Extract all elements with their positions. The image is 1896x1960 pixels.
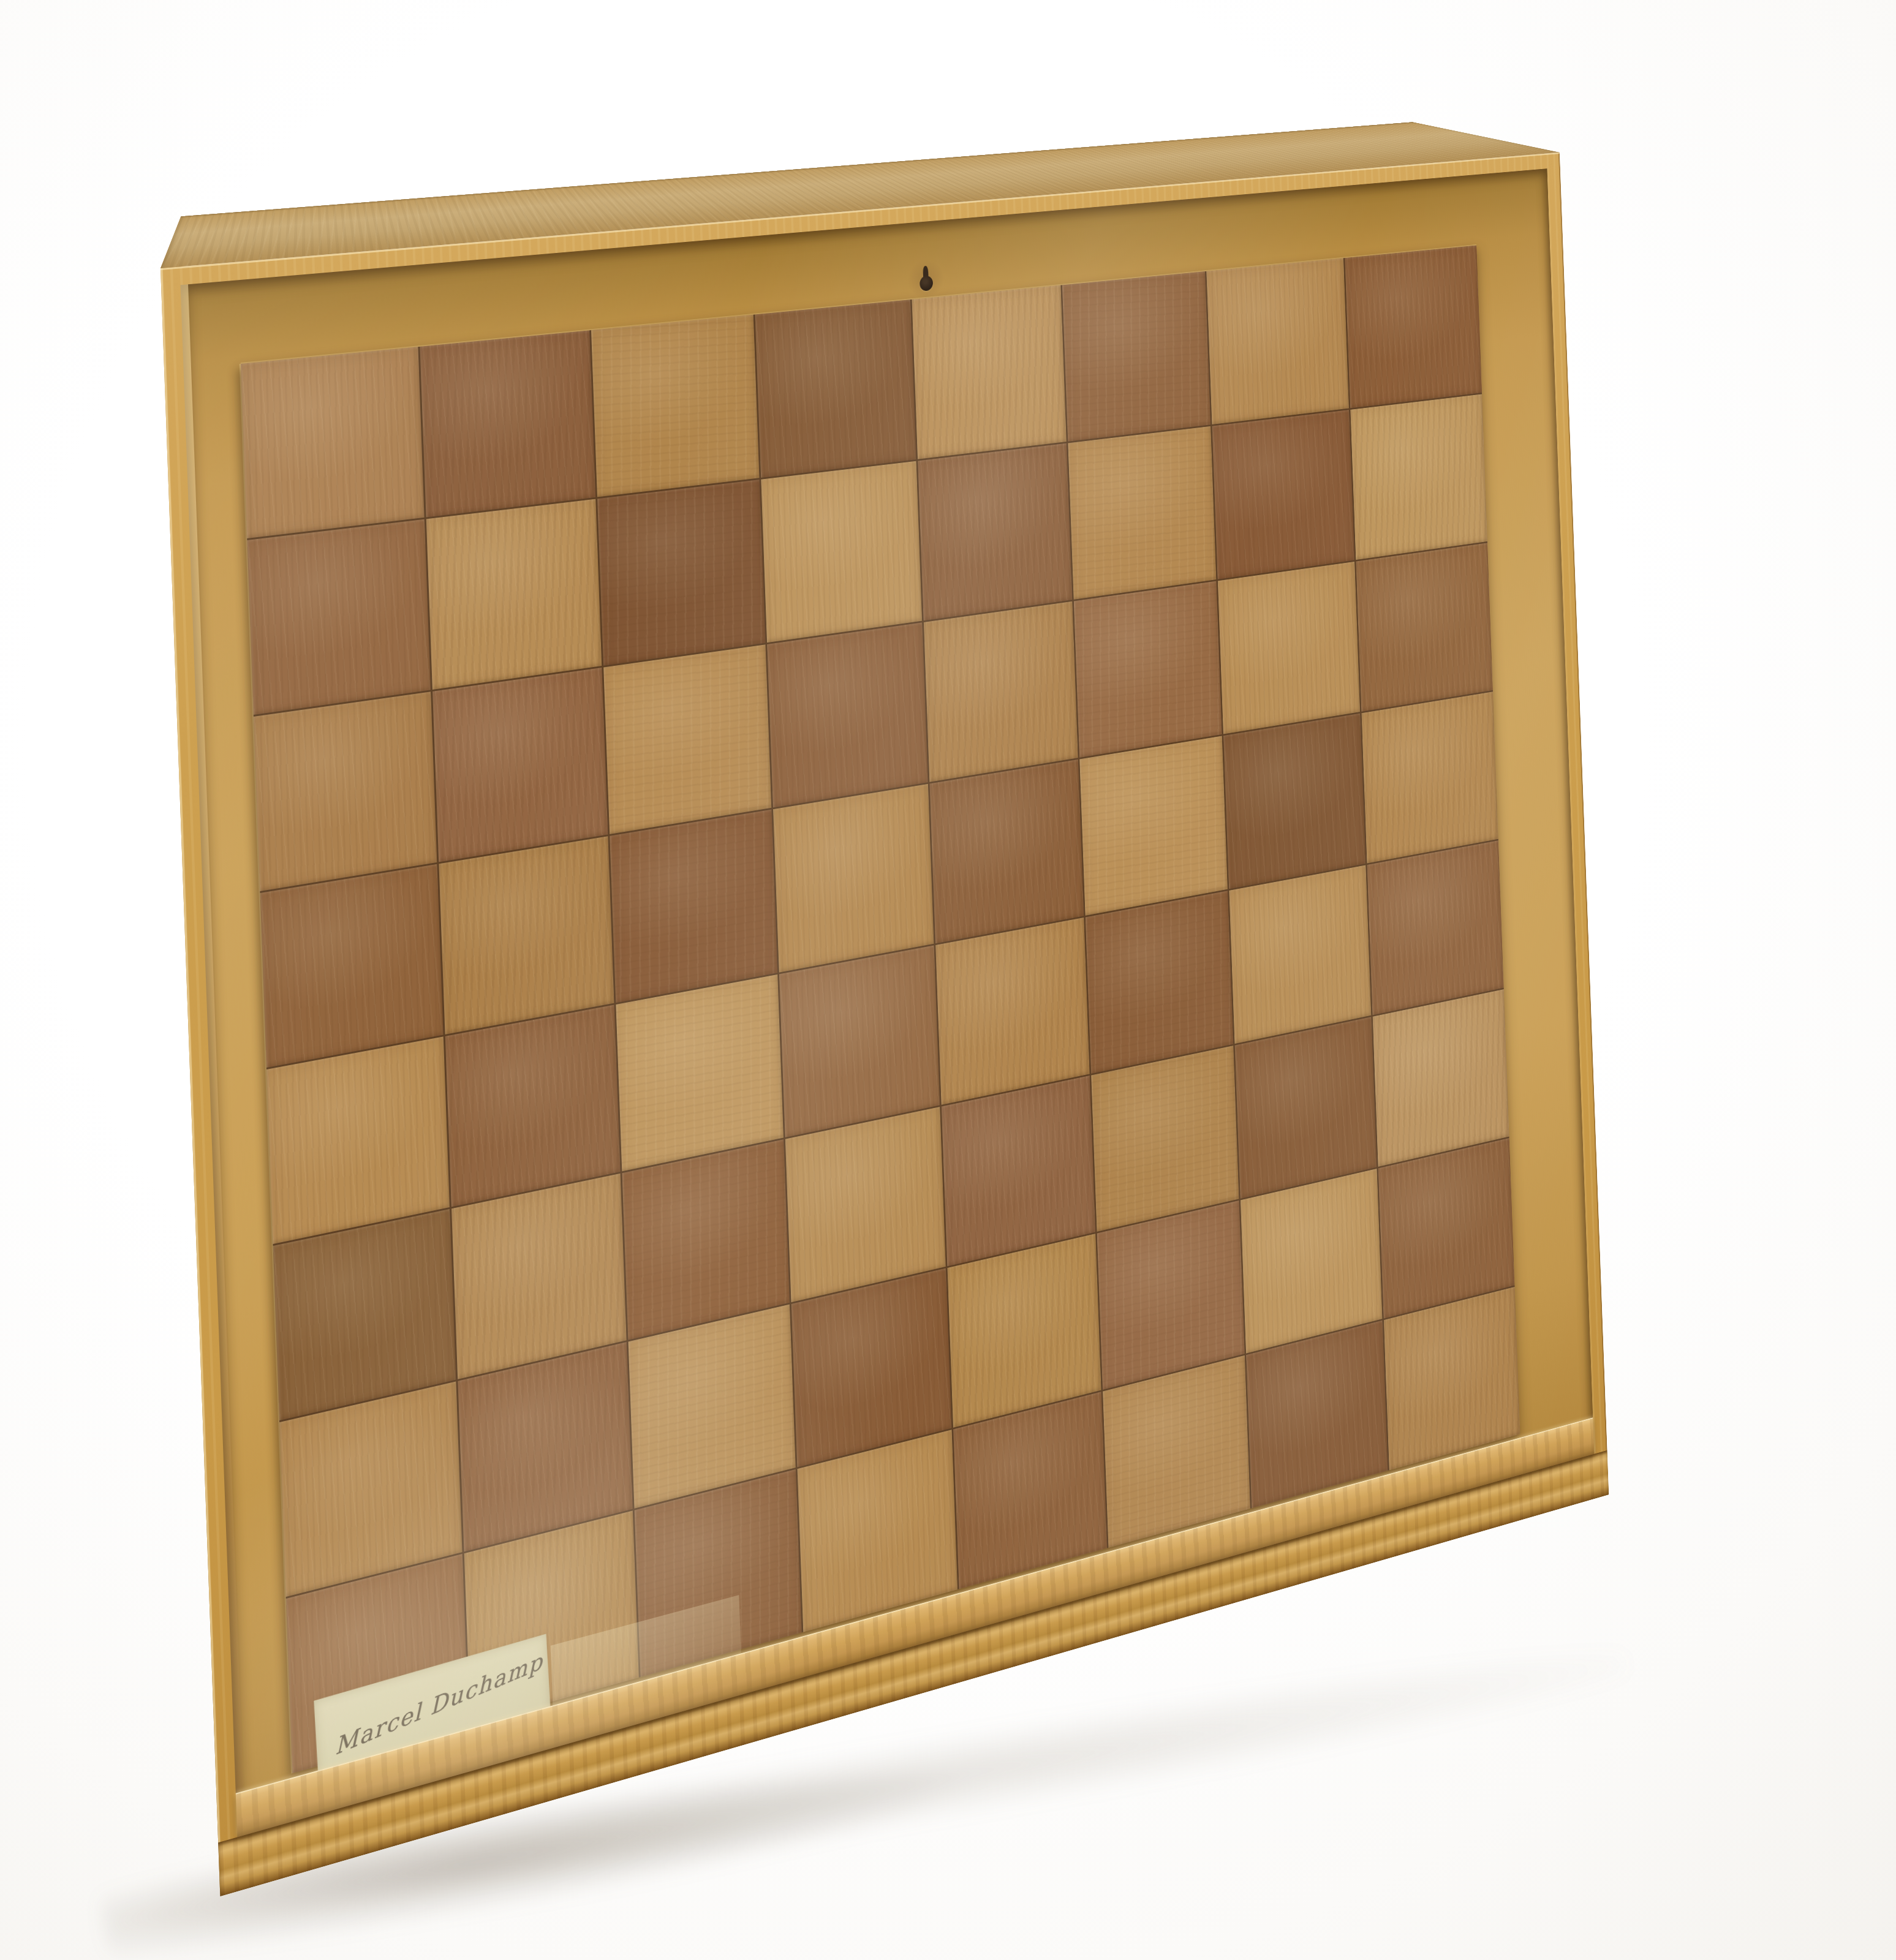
square-h4 bbox=[1367, 840, 1504, 1015]
square-e3 bbox=[942, 1076, 1095, 1266]
square-b8 bbox=[420, 330, 595, 517]
square-a4 bbox=[266, 1036, 450, 1244]
square-f7 bbox=[1068, 426, 1216, 600]
square-f3 bbox=[1091, 1046, 1239, 1232]
square-b6 bbox=[432, 668, 608, 862]
square-h5 bbox=[1362, 692, 1498, 863]
square-d6 bbox=[767, 622, 928, 807]
square-f4 bbox=[1086, 891, 1233, 1074]
square-h7 bbox=[1350, 394, 1487, 560]
square-f5 bbox=[1079, 736, 1228, 916]
square-b5 bbox=[439, 836, 614, 1035]
square-h6 bbox=[1356, 543, 1492, 711]
square-c8 bbox=[591, 315, 760, 497]
square-a7 bbox=[247, 519, 431, 715]
square-d7 bbox=[761, 461, 922, 643]
square-c6 bbox=[603, 644, 771, 834]
square-e4 bbox=[935, 918, 1089, 1105]
square-b7 bbox=[426, 499, 602, 690]
square-e6 bbox=[924, 601, 1078, 782]
square-d4 bbox=[779, 945, 940, 1137]
square-a6 bbox=[254, 692, 437, 891]
square-a5 bbox=[260, 864, 443, 1068]
square-e8 bbox=[912, 285, 1066, 459]
chessboard-box-frame: Marcel Duchamp bbox=[161, 153, 1609, 1897]
square-c4 bbox=[616, 974, 784, 1171]
square-a8 bbox=[241, 347, 425, 538]
scene: Marcel Duchamp bbox=[0, 0, 1896, 1960]
square-b4 bbox=[445, 1005, 621, 1207]
square-g3 bbox=[1235, 1017, 1377, 1199]
square-h3 bbox=[1373, 989, 1509, 1167]
photo-background: Marcel Duchamp bbox=[0, 0, 1896, 1960]
square-g6 bbox=[1218, 562, 1360, 734]
square-d3 bbox=[785, 1107, 946, 1302]
square-f8 bbox=[1062, 271, 1210, 442]
square-d5 bbox=[773, 784, 934, 973]
square-c7 bbox=[597, 480, 765, 666]
keyhole-hanger bbox=[915, 264, 937, 295]
square-h8 bbox=[1345, 246, 1482, 409]
square-c5 bbox=[610, 810, 777, 1003]
square-e5 bbox=[929, 759, 1084, 943]
square-g8 bbox=[1206, 258, 1349, 424]
square-g7 bbox=[1212, 410, 1355, 579]
box-front-face: Marcel Duchamp bbox=[161, 153, 1609, 1897]
square-f6 bbox=[1074, 581, 1222, 758]
square-e7 bbox=[918, 443, 1072, 621]
square-g4 bbox=[1229, 865, 1371, 1044]
square-g5 bbox=[1223, 714, 1365, 889]
backing-panel: Marcel Duchamp bbox=[181, 168, 1595, 1837]
square-d8 bbox=[755, 300, 916, 478]
